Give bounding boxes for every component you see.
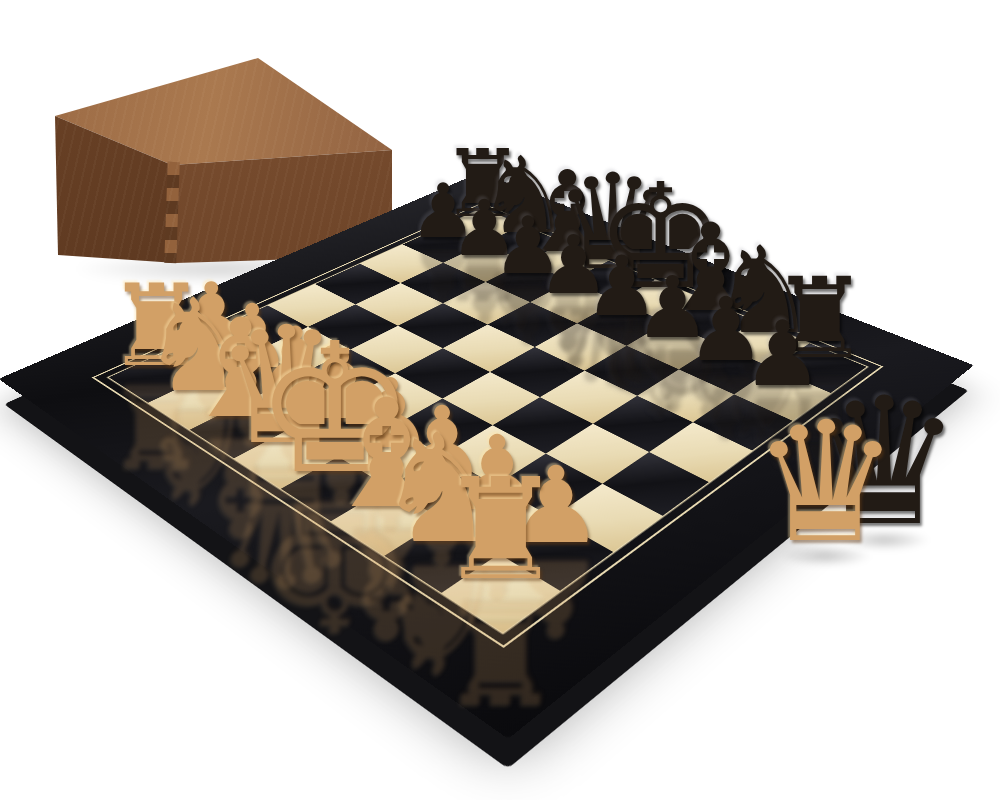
spare-pieces: ♛♛	[0, 0, 1000, 800]
scene: ♜♜♞♞♝♝♛♛♚♚♝♝♞♞♜♜♟♟♟♟♟♟♟♟♟♟♟♟♟♟♟♟♟♟♟♟♟♟♟♟…	[0, 0, 1000, 800]
piece-glyph: ♛	[752, 400, 901, 566]
